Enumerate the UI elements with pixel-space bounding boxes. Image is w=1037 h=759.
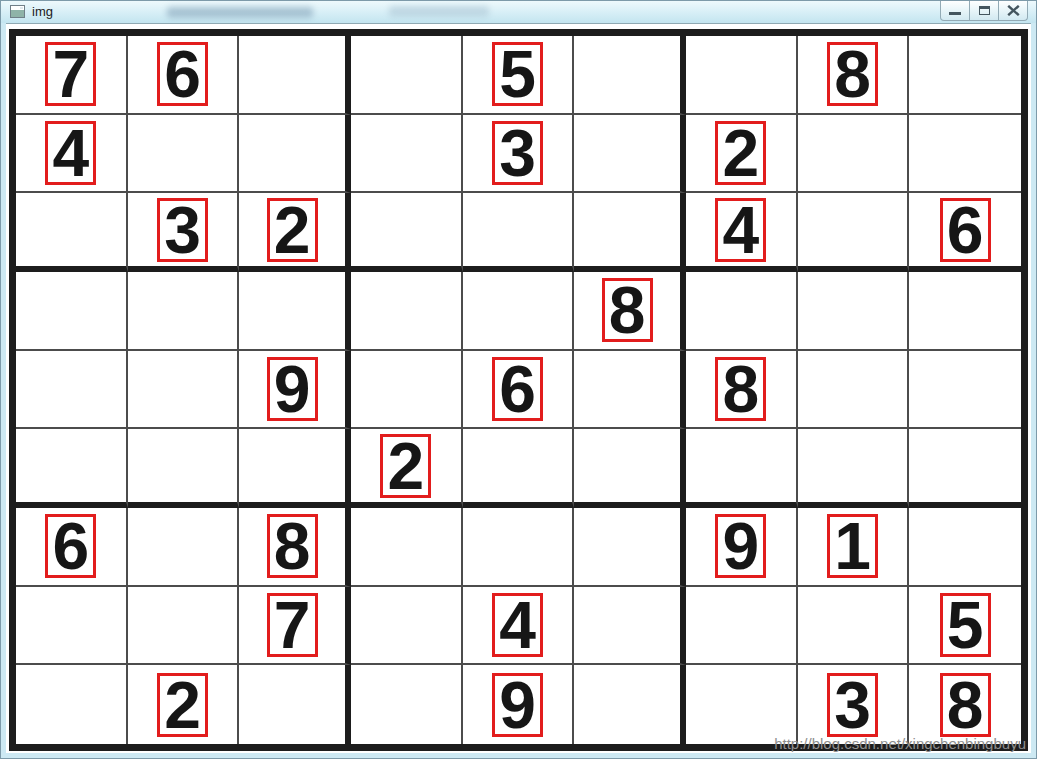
cell-r2c4 <box>351 115 463 194</box>
cell-r1c8: 8 <box>798 36 910 115</box>
window-controls <box>941 1 1028 21</box>
cell-r8c7 <box>686 587 798 666</box>
cell-r6c8 <box>798 429 910 508</box>
cell-r7c2 <box>128 508 240 587</box>
cell-r1c5: 5 <box>463 36 575 115</box>
cell-r5c5: 6 <box>463 351 575 430</box>
cell-r7c3: 8 <box>239 508 351 587</box>
cell-r7c9 <box>909 508 1021 587</box>
cell-r3c2: 3 <box>128 193 240 272</box>
detected-digit: 9 <box>715 514 766 578</box>
cell-r5c3: 9 <box>239 351 351 430</box>
detected-digit: 2 <box>715 121 766 185</box>
cell-r8c3: 7 <box>239 587 351 666</box>
cell-r5c9 <box>909 351 1021 430</box>
detected-digit: 7 <box>267 593 318 657</box>
cell-r6c6 <box>574 429 686 508</box>
detected-digit: 3 <box>492 121 543 185</box>
detected-digit: 3 <box>157 198 208 262</box>
cell-r3c1 <box>16 193 128 272</box>
cell-r4c6: 8 <box>574 272 686 351</box>
cell-r4c1 <box>16 272 128 351</box>
detected-digit: 8 <box>940 673 991 737</box>
detected-digit: 9 <box>267 357 318 421</box>
cell-r7c8: 1 <box>798 508 910 587</box>
app-window: img 765843232468968268917452938 http://b… <box>0 0 1037 759</box>
cell-r5c1 <box>16 351 128 430</box>
cell-r9c5: 9 <box>463 665 575 744</box>
cell-r1c4 <box>351 36 463 115</box>
detected-digit: 5 <box>492 42 543 106</box>
cell-r2c3 <box>239 115 351 194</box>
detected-digit: 2 <box>157 673 208 737</box>
detected-digit: 4 <box>492 593 543 657</box>
cell-r5c4 <box>351 351 463 430</box>
cell-r8c8 <box>798 587 910 666</box>
cell-r2c9 <box>909 115 1021 194</box>
cell-r9c7 <box>686 665 798 744</box>
maximize-icon <box>979 6 990 15</box>
cell-r4c8 <box>798 272 910 351</box>
cell-r3c6 <box>574 193 686 272</box>
cell-r8c5: 4 <box>463 587 575 666</box>
detected-digit: 8 <box>267 514 318 578</box>
detected-digit: 9 <box>492 673 543 737</box>
cell-r1c2: 6 <box>128 36 240 115</box>
cell-r9c9: 8 <box>909 665 1021 744</box>
cell-r6c9 <box>909 429 1021 508</box>
cell-r3c5 <box>463 193 575 272</box>
cell-r7c4 <box>351 508 463 587</box>
detected-digit: 6 <box>940 198 991 262</box>
cell-r2c6 <box>574 115 686 194</box>
title-bar[interactable]: img <box>1 1 1036 23</box>
cell-r7c6 <box>574 508 686 587</box>
detected-digit: 4 <box>715 198 766 262</box>
cell-r3c3: 2 <box>239 193 351 272</box>
cell-r9c3 <box>239 665 351 744</box>
cell-r5c6 <box>574 351 686 430</box>
cell-r6c2 <box>128 429 240 508</box>
cell-r8c9: 5 <box>909 587 1021 666</box>
minimize-icon <box>949 12 961 15</box>
cell-r5c7: 8 <box>686 351 798 430</box>
cell-r9c2: 2 <box>128 665 240 744</box>
detected-digit: 4 <box>45 121 96 185</box>
cell-r4c7 <box>686 272 798 351</box>
cell-r4c9 <box>909 272 1021 351</box>
cell-r8c6 <box>574 587 686 666</box>
detected-digit: 6 <box>492 357 543 421</box>
cell-r9c1 <box>16 665 128 744</box>
image-view: 765843232468968268917452938 http://blog.… <box>6 23 1031 753</box>
detected-digit: 2 <box>380 434 431 498</box>
cell-r1c1: 7 <box>16 36 128 115</box>
cell-r9c4 <box>351 665 463 744</box>
cell-r2c8 <box>798 115 910 194</box>
cell-r6c5 <box>463 429 575 508</box>
detected-digit: 6 <box>45 514 96 578</box>
watermark-url: http://blog.csdn.net/xingchenbingbuyu <box>774 735 1026 752</box>
cell-r5c8 <box>798 351 910 430</box>
close-button[interactable] <box>998 1 1028 21</box>
cell-r6c7 <box>686 429 798 508</box>
close-icon <box>1007 5 1020 16</box>
detected-digit: 8 <box>827 42 878 106</box>
sudoku-board: 765843232468968268917452938 <box>9 29 1028 751</box>
window-title: img <box>32 4 53 20</box>
cell-r7c7: 9 <box>686 508 798 587</box>
cell-r3c8 <box>798 193 910 272</box>
cell-r9c8: 3 <box>798 665 910 744</box>
cell-r1c9 <box>909 36 1021 115</box>
detected-digit: 5 <box>940 593 991 657</box>
minimize-button[interactable] <box>940 1 970 21</box>
cell-r4c3 <box>239 272 351 351</box>
cell-r1c3 <box>239 36 351 115</box>
redacted-title-text <box>167 7 313 18</box>
maximize-button[interactable] <box>969 1 999 21</box>
cell-r2c5: 3 <box>463 115 575 194</box>
cell-r9c6 <box>574 665 686 744</box>
detected-digit: 2 <box>267 198 318 262</box>
detected-digit: 6 <box>157 42 208 106</box>
cell-r5c2 <box>128 351 240 430</box>
cell-r7c5 <box>463 508 575 587</box>
cell-r6c1 <box>16 429 128 508</box>
cell-r2c1: 4 <box>16 115 128 194</box>
app-icon <box>10 5 25 18</box>
cell-r3c9: 6 <box>909 193 1021 272</box>
detected-digit: 8 <box>602 278 653 342</box>
cell-r2c2 <box>128 115 240 194</box>
cell-r3c4 <box>351 193 463 272</box>
cell-r4c2 <box>128 272 240 351</box>
cell-r6c3 <box>239 429 351 508</box>
cell-r4c5 <box>463 272 575 351</box>
cell-r8c1 <box>16 587 128 666</box>
cell-r6c4: 2 <box>351 429 463 508</box>
detected-digit: 8 <box>715 357 766 421</box>
cell-r1c6 <box>574 36 686 115</box>
cell-r2c7: 2 <box>686 115 798 194</box>
detected-digit: 3 <box>827 673 878 737</box>
detected-digit: 7 <box>45 42 96 106</box>
cell-r8c4 <box>351 587 463 666</box>
detected-digit: 1 <box>827 514 878 578</box>
cell-r1c7 <box>686 36 798 115</box>
redacted-title-text <box>389 6 489 17</box>
cell-r7c1: 6 <box>16 508 128 587</box>
cell-r4c4 <box>351 272 463 351</box>
cell-r3c7: 4 <box>686 193 798 272</box>
cell-r8c2 <box>128 587 240 666</box>
